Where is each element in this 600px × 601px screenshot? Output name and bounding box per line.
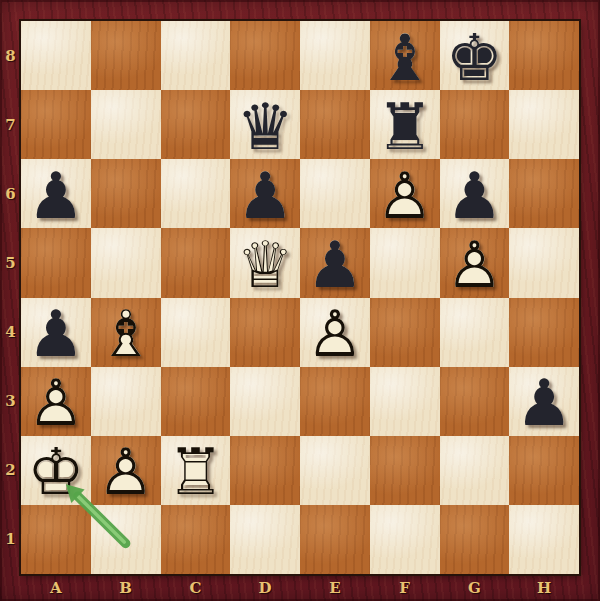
square-c5[interactable] — [161, 228, 231, 297]
square-h1[interactable] — [509, 505, 579, 574]
square-f8[interactable]: ♗♝ — [370, 21, 440, 90]
square-e2[interactable] — [300, 436, 370, 505]
square-h4[interactable] — [509, 298, 579, 367]
file-label-c: C — [184, 579, 206, 597]
piece-white-pawn-a3[interactable]: ♟♙ — [21, 367, 91, 436]
square-f5[interactable] — [370, 228, 440, 297]
square-c1[interactable] — [161, 505, 231, 574]
piece-glyph: ♙ — [370, 161, 440, 230]
piece-white-rook-c2[interactable]: ♜♖ — [161, 436, 231, 505]
piece-black-queen-d7[interactable]: ♕♛ — [230, 90, 300, 159]
square-e1[interactable] — [300, 505, 370, 574]
rank-label-4: 4 — [2, 323, 19, 341]
square-f7[interactable]: ♖♜ — [370, 90, 440, 159]
piece-black-bishop-f8[interactable]: ♗♝ — [370, 21, 440, 90]
square-b7[interactable] — [91, 90, 161, 159]
square-g8[interactable]: ♔♚ — [440, 21, 510, 90]
piece-black-pawn-a6[interactable]: ♙♟ — [21, 159, 91, 228]
rank-label-3: 3 — [2, 392, 19, 410]
piece-glyph: ♟ — [440, 161, 510, 230]
piece-glyph: ♗ — [91, 300, 161, 369]
file-label-f: F — [394, 579, 416, 597]
piece-black-king-g8[interactable]: ♔♚ — [440, 21, 510, 90]
square-a2[interactable]: ♚♔ — [21, 436, 91, 505]
piece-white-pawn-g5[interactable]: ♟♙ — [440, 228, 510, 297]
square-e4[interactable]: ♟♙ — [300, 298, 370, 367]
square-c4[interactable] — [161, 298, 231, 367]
piece-glyph: ♚ — [440, 23, 510, 92]
square-h8[interactable] — [509, 21, 579, 90]
square-c6[interactable] — [161, 159, 231, 228]
piece-black-pawn-e5[interactable]: ♙♟ — [300, 228, 370, 297]
square-f2[interactable] — [370, 436, 440, 505]
piece-glyph: ♟ — [300, 230, 370, 299]
file-label-e: E — [324, 579, 346, 597]
file-label-h: H — [533, 579, 555, 597]
square-g5[interactable]: ♟♙ — [440, 228, 510, 297]
square-c8[interactable] — [161, 21, 231, 90]
piece-glyph: ♙ — [440, 230, 510, 299]
chessboard-frame: ♗♝♔♚♕♛♖♜♙♟♙♟♟♙♙♟♛♕♙♟♟♙♙♟♝♗♟♙♟♙♙♟♚♔♟♙♜♖ 8… — [0, 0, 600, 601]
square-b3[interactable] — [91, 367, 161, 436]
piece-glyph: ♙ — [300, 300, 370, 369]
square-g2[interactable] — [440, 436, 510, 505]
file-label-a: A — [45, 579, 67, 597]
piece-white-pawn-e4[interactable]: ♟♙ — [300, 298, 370, 367]
square-g7[interactable] — [440, 90, 510, 159]
piece-glyph: ♜ — [370, 92, 440, 161]
square-d7[interactable]: ♕♛ — [230, 90, 300, 159]
square-f3[interactable] — [370, 367, 440, 436]
square-a3[interactable]: ♟♙ — [21, 367, 91, 436]
file-label-b: B — [115, 579, 137, 597]
square-b6[interactable] — [91, 159, 161, 228]
square-f6[interactable]: ♟♙ — [370, 159, 440, 228]
square-e3[interactable] — [300, 367, 370, 436]
square-d6[interactable]: ♙♟ — [230, 159, 300, 228]
square-f4[interactable] — [370, 298, 440, 367]
piece-black-pawn-h3[interactable]: ♙♟ — [509, 367, 579, 436]
piece-black-rook-f7[interactable]: ♖♜ — [370, 90, 440, 159]
piece-glyph: ♕ — [230, 230, 300, 299]
square-a1[interactable] — [21, 505, 91, 574]
piece-black-pawn-d6[interactable]: ♙♟ — [230, 159, 300, 228]
piece-white-queen-d5[interactable]: ♛♕ — [230, 228, 300, 297]
square-e5[interactable]: ♙♟ — [300, 228, 370, 297]
square-c2[interactable]: ♜♖ — [161, 436, 231, 505]
square-b2[interactable]: ♟♙ — [91, 436, 161, 505]
square-a5[interactable] — [21, 228, 91, 297]
piece-glyph: ♝ — [370, 23, 440, 92]
square-a4[interactable]: ♙♟ — [21, 298, 91, 367]
piece-glyph: ♟ — [509, 369, 579, 438]
square-a6[interactable]: ♙♟ — [21, 159, 91, 228]
square-g4[interactable] — [440, 298, 510, 367]
square-e7[interactable] — [300, 90, 370, 159]
square-d4[interactable] — [230, 298, 300, 367]
square-g1[interactable] — [440, 505, 510, 574]
square-h3[interactable]: ♙♟ — [509, 367, 579, 436]
square-a8[interactable] — [21, 21, 91, 90]
board-grid: ♗♝♔♚♕♛♖♜♙♟♙♟♟♙♙♟♛♕♙♟♟♙♙♟♝♗♟♙♟♙♙♟♚♔♟♙♜♖ — [21, 21, 579, 574]
piece-white-king-a2[interactable]: ♚♔ — [21, 436, 91, 505]
square-d5[interactable]: ♛♕ — [230, 228, 300, 297]
square-g6[interactable]: ♙♟ — [440, 159, 510, 228]
piece-glyph: ♖ — [161, 438, 231, 507]
rank-label-6: 6 — [2, 185, 19, 203]
piece-white-pawn-b2[interactable]: ♟♙ — [91, 436, 161, 505]
square-b8[interactable] — [91, 21, 161, 90]
piece-glyph: ♔ — [21, 438, 91, 507]
square-h5[interactable] — [509, 228, 579, 297]
square-h6[interactable] — [509, 159, 579, 228]
rank-label-1: 1 — [2, 530, 19, 548]
rank-label-2: 2 — [2, 461, 19, 479]
square-b5[interactable] — [91, 228, 161, 297]
rank-label-7: 7 — [2, 116, 19, 134]
square-b4[interactable]: ♝♗ — [91, 298, 161, 367]
piece-glyph: ♙ — [21, 369, 91, 438]
square-h7[interactable] — [509, 90, 579, 159]
square-e6[interactable] — [300, 159, 370, 228]
rank-label-5: 5 — [2, 254, 19, 272]
square-f1[interactable] — [370, 505, 440, 574]
square-c3[interactable] — [161, 367, 231, 436]
piece-black-pawn-g6[interactable]: ♙♟ — [440, 159, 510, 228]
square-d1[interactable] — [230, 505, 300, 574]
piece-glyph: ♟ — [21, 161, 91, 230]
piece-black-pawn-a4[interactable]: ♙♟ — [21, 298, 91, 367]
square-h2[interactable] — [509, 436, 579, 505]
square-d2[interactable] — [230, 436, 300, 505]
square-b1[interactable] — [91, 505, 161, 574]
square-d3[interactable] — [230, 367, 300, 436]
file-label-g: G — [463, 579, 485, 597]
square-d8[interactable] — [230, 21, 300, 90]
square-a7[interactable] — [21, 90, 91, 159]
square-g3[interactable] — [440, 367, 510, 436]
piece-glyph: ♟ — [230, 161, 300, 230]
square-c7[interactable] — [161, 90, 231, 159]
piece-white-bishop-b4[interactable]: ♝♗ — [91, 298, 161, 367]
file-label-d: D — [254, 579, 276, 597]
piece-glyph: ♟ — [21, 300, 91, 369]
piece-glyph: ♛ — [230, 92, 300, 161]
piece-white-pawn-f6[interactable]: ♟♙ — [370, 159, 440, 228]
rank-label-8: 8 — [2, 47, 19, 65]
piece-glyph: ♙ — [91, 438, 161, 507]
square-e8[interactable] — [300, 21, 370, 90]
